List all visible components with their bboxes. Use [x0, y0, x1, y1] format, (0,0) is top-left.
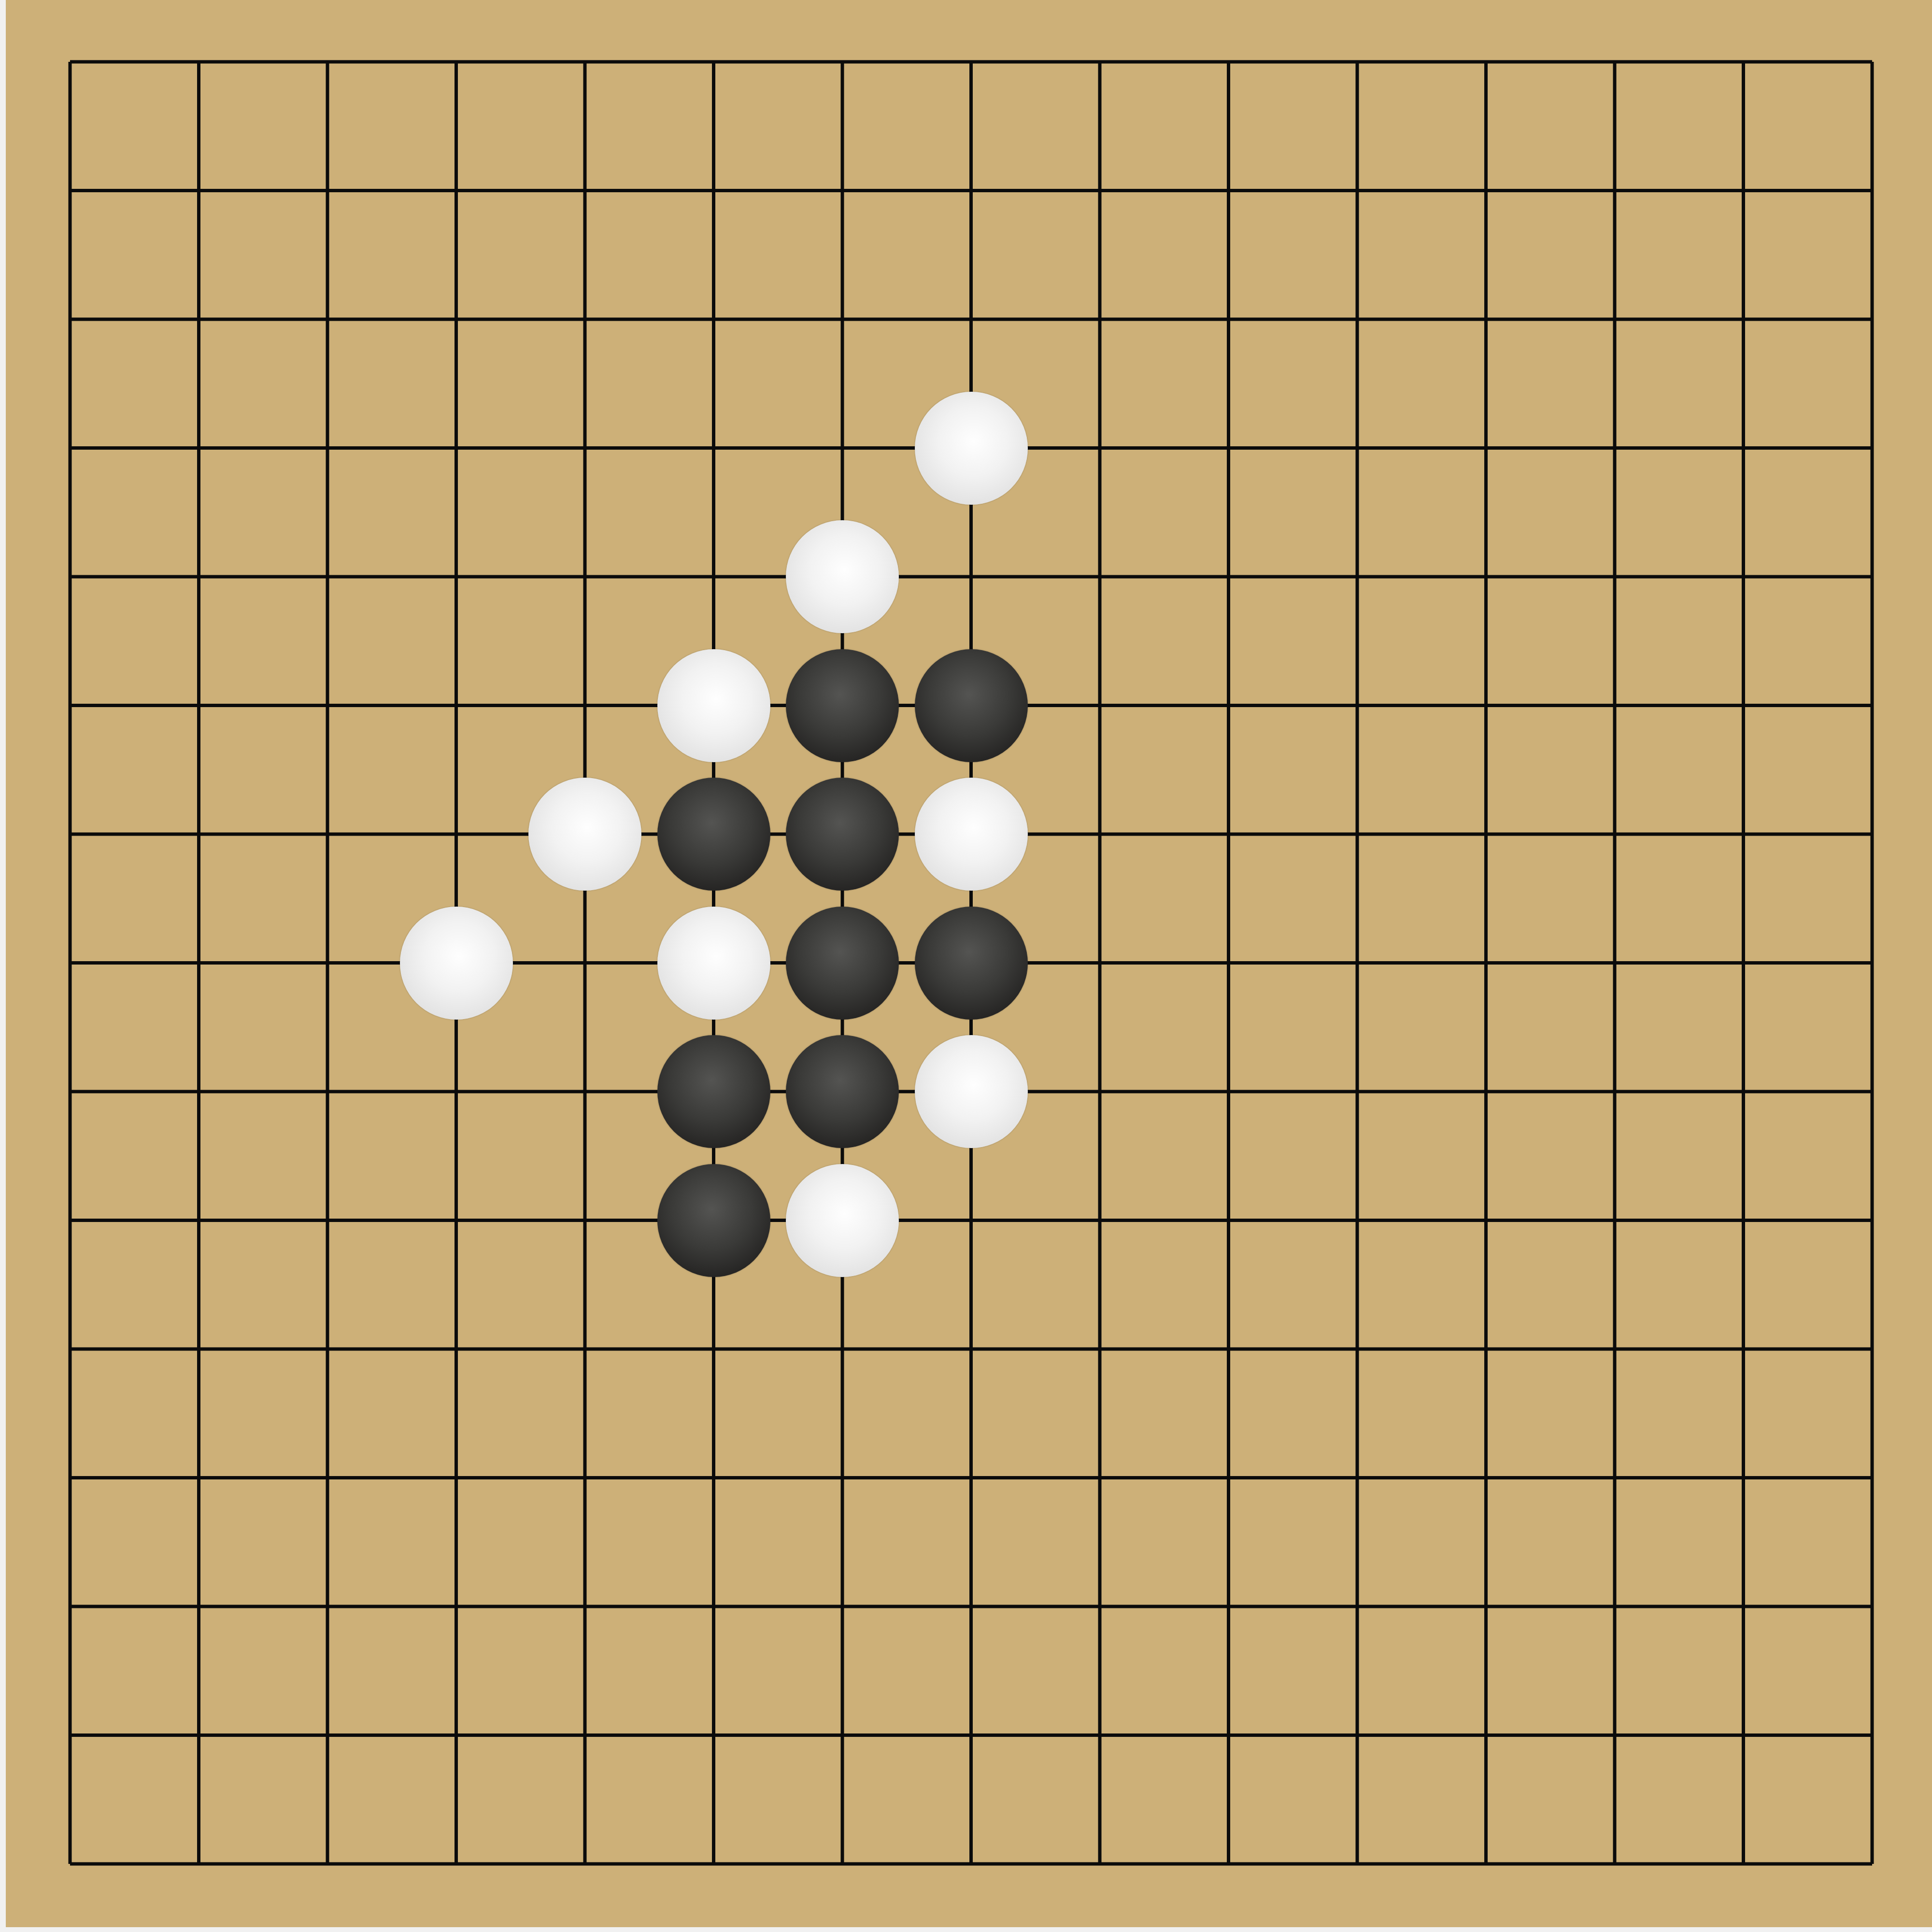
gomoku-board[interactable] — [6, 0, 1932, 1927]
white-stone — [657, 649, 770, 762]
black-stone — [786, 1035, 899, 1148]
stones-layer — [6, 0, 1932, 1928]
black-stone — [915, 907, 1028, 1020]
white-stone — [786, 1164, 899, 1277]
black-stone — [657, 778, 770, 891]
white-stone — [657, 907, 770, 1020]
white-stone — [915, 778, 1028, 891]
page: { "game": "gomoku", "game_description": … — [0, 0, 1932, 1932]
white-stone — [786, 520, 899, 633]
white-stone — [400, 907, 513, 1020]
black-stone — [786, 649, 899, 762]
white-stone — [915, 392, 1028, 505]
black-stone — [786, 778, 899, 891]
white-stone — [915, 1035, 1028, 1148]
black-stone — [786, 907, 899, 1020]
black-stone — [915, 649, 1028, 762]
black-stone — [657, 1035, 770, 1148]
black-stone — [657, 1164, 770, 1277]
white-stone — [528, 778, 641, 891]
